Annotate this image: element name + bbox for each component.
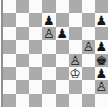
square-g2[interactable] [82,80,95,93]
square-f6[interactable] [69,27,82,40]
square-e2[interactable] [56,80,69,93]
square-h1[interactable] [95,94,108,107]
square-a7[interactable] [3,13,16,26]
square-e3[interactable] [56,67,69,80]
square-f3[interactable]: ♔ [69,67,82,80]
piece-white-pawn-f4[interactable]: ♙ [69,54,81,67]
square-g1[interactable] [82,94,95,107]
square-e4[interactable] [56,54,69,67]
square-h6[interactable] [95,27,108,40]
square-a5[interactable] [3,40,16,53]
square-c6[interactable] [29,27,42,40]
square-c7[interactable] [29,13,42,26]
square-h8[interactable] [95,0,108,13]
square-b5[interactable] [16,40,29,53]
square-d1[interactable] [42,94,55,107]
piece-black-pawn-h7[interactable]: ♟ [96,13,108,26]
square-c3[interactable] [29,67,42,80]
square-e1[interactable] [56,94,69,107]
square-d5[interactable] [42,40,55,53]
square-d7[interactable]: ♟ [42,13,55,26]
square-d4[interactable] [42,54,55,67]
square-b2[interactable] [16,80,29,93]
piece-black-king-h4[interactable]: ♚ [96,54,108,67]
piece-black-pawn-h5[interactable]: ♟ [96,40,108,53]
piece-black-pawn-d7[interactable]: ♟ [43,13,55,26]
square-e6[interactable]: ♟ [56,27,69,40]
square-a6[interactable] [3,27,16,40]
square-f5[interactable] [69,40,82,53]
square-h4[interactable]: ♚ [95,54,108,67]
piece-black-pawn-e6[interactable]: ♟ [56,27,68,40]
chess-board-container: ♟♟♙♟♙♟♙♚♔♟♙ [0,0,108,107]
square-f7[interactable] [69,13,82,26]
square-h5[interactable]: ♟ [95,40,108,53]
square-e5[interactable] [56,40,69,53]
square-g5[interactable]: ♙ [82,40,95,53]
square-h7[interactable]: ♟ [95,13,108,26]
square-a2[interactable] [3,80,16,93]
square-a8[interactable] [3,0,16,13]
piece-white-king-f3[interactable]: ♔ [69,67,81,80]
square-a4[interactable] [3,54,16,67]
square-c4[interactable] [29,54,42,67]
square-h2[interactable]: ♙ [95,80,108,93]
piece-black-pawn-h3[interactable]: ♟ [96,67,108,80]
square-b7[interactable] [16,13,29,26]
square-b6[interactable] [16,27,29,40]
square-b1[interactable] [16,94,29,107]
square-f1[interactable] [69,94,82,107]
square-b4[interactable] [16,54,29,67]
square-g4[interactable] [82,54,95,67]
square-b3[interactable] [16,67,29,80]
square-f2[interactable] [69,80,82,93]
square-e7[interactable] [56,13,69,26]
square-a1[interactable] [3,94,16,107]
piece-white-pawn-d6[interactable]: ♙ [43,27,55,40]
square-c2[interactable] [29,80,42,93]
piece-white-pawn-g5[interactable]: ♙ [82,40,94,53]
chess-board: ♟♟♙♟♙♟♙♚♔♟♙ [3,0,108,107]
square-h3[interactable]: ♟ [95,67,108,80]
square-g3[interactable] [82,67,95,80]
square-c1[interactable] [29,94,42,107]
square-d8[interactable] [42,0,55,13]
square-d6[interactable]: ♙ [42,27,55,40]
square-b8[interactable] [16,0,29,13]
square-g6[interactable] [82,27,95,40]
square-g7[interactable] [82,13,95,26]
square-d2[interactable] [42,80,55,93]
square-c8[interactable] [29,0,42,13]
square-a3[interactable] [3,67,16,80]
square-f4[interactable]: ♙ [69,54,82,67]
square-d3[interactable] [42,67,55,80]
square-c5[interactable] [29,40,42,53]
square-e8[interactable] [56,0,69,13]
square-f8[interactable] [69,0,82,13]
piece-white-pawn-h2[interactable]: ♙ [96,80,108,93]
square-g8[interactable] [82,0,95,13]
